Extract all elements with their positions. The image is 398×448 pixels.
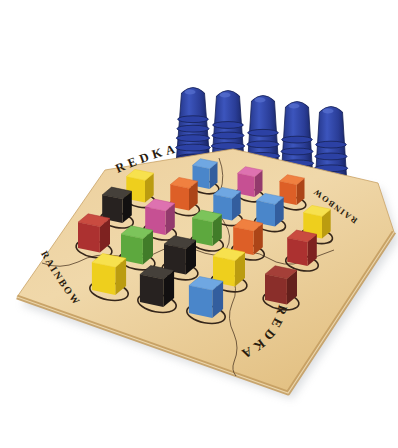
photo-scene: REDKA RAINBOW REDKA RAINBOW [0,0,398,448]
cube-yellow[interactable] [92,254,126,295]
cube-orange[interactable] [233,219,263,255]
cup-highlight [220,92,231,97]
cube-black[interactable] [140,266,174,307]
scene-svg: REDKA RAINBOW REDKA RAINBOW [0,0,398,448]
cube-blue[interactable] [256,193,283,226]
cube-front-face [92,263,115,295]
cup-rim [213,122,244,129]
cup-rim [211,143,244,150]
cup-rim [178,116,209,123]
cup-stack-1[interactable] [176,88,211,163]
cup-rim [212,132,244,139]
cube-red[interactable] [287,230,317,266]
cup-rim [316,141,347,148]
cup-rim [176,144,211,151]
cup-rim [176,135,209,142]
cube-front-face [140,275,163,307]
cup-rim [177,125,209,132]
cube-green[interactable] [192,210,222,246]
cup-rim [248,129,279,136]
cube-pink[interactable] [238,167,263,197]
cup-rim [315,153,347,160]
cup-rim [282,136,313,143]
cube-red[interactable] [78,214,110,253]
cube-front-face [265,274,287,304]
cube-front-face [189,286,212,318]
cup-highlight [255,97,266,102]
cup-highlight [323,108,334,113]
cup-rim [247,141,279,148]
cube-front-face [78,222,100,252]
cup-highlight [289,103,300,108]
cube-blue[interactable] [189,277,223,318]
cup-highlight [185,89,196,94]
cube-front-face [287,238,307,266]
cube-darkred[interactable] [265,266,297,305]
cube-black[interactable] [164,236,196,275]
cup-rim [281,148,313,155]
